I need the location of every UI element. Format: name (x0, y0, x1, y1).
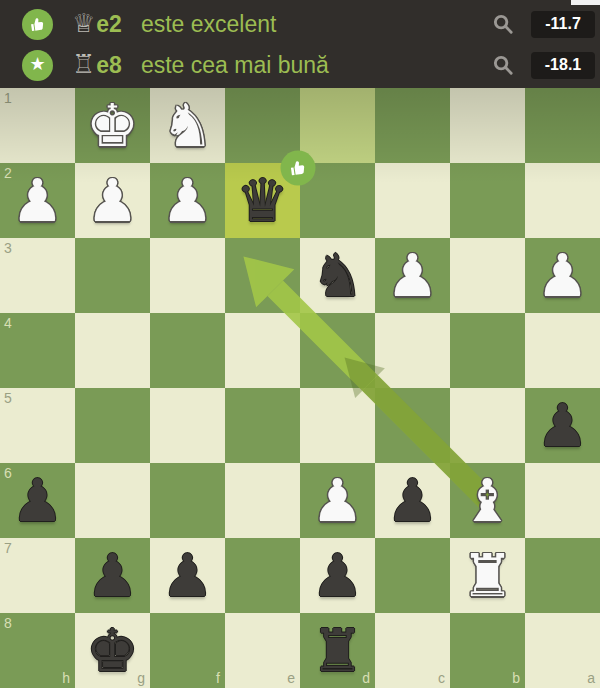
square-d3[interactable]: ♞ (300, 238, 375, 313)
square-g5[interactable] (75, 388, 150, 463)
square-c2[interactable] (375, 163, 450, 238)
file-label-f: f (216, 671, 220, 685)
square-h6[interactable]: 6♟ (0, 463, 75, 538)
white-pawn[interactable]: ♟ (300, 463, 375, 538)
queen-icon: ♕ (72, 10, 95, 36)
square-a7[interactable] (525, 538, 600, 613)
white-pawn[interactable]: ♟ (525, 238, 600, 313)
square-g3[interactable] (75, 238, 150, 313)
square-d1[interactable] (300, 88, 375, 163)
magnifier-icon[interactable] (492, 13, 515, 36)
square-b5[interactable] (450, 388, 525, 463)
rank-label-7: 7 (4, 541, 12, 555)
black-queen[interactable]: ♛ (225, 163, 300, 238)
square-c7[interactable] (375, 538, 450, 613)
square-e2[interactable]: ♛ (225, 163, 300, 238)
white-pawn[interactable]: ♟ (75, 163, 150, 238)
square-f4[interactable] (150, 313, 225, 388)
black-knight[interactable]: ♞ (300, 238, 375, 313)
square-c3[interactable]: ♟ (375, 238, 450, 313)
square-g2[interactable]: ♟ (75, 163, 150, 238)
star-icon: ★ (22, 50, 53, 81)
magnifier-icon[interactable] (492, 54, 515, 77)
black-pawn[interactable]: ♟ (75, 538, 150, 613)
square-a5[interactable]: ♟ (525, 388, 600, 463)
square-e7[interactable] (225, 538, 300, 613)
square-g7[interactable]: ♟ (75, 538, 150, 613)
square-g4[interactable] (75, 313, 150, 388)
square-g8[interactable]: g♚ (75, 613, 150, 688)
square-b2[interactable] (450, 163, 525, 238)
square-f2[interactable]: ♟ (150, 163, 225, 238)
move-comment: este excelent (141, 11, 277, 38)
square-e8[interactable]: e (225, 613, 300, 688)
black-pawn[interactable]: ♟ (300, 538, 375, 613)
square-c5[interactable] (375, 388, 450, 463)
white-pawn[interactable]: ♟ (150, 163, 225, 238)
square-b4[interactable] (450, 313, 525, 388)
square-c1[interactable] (375, 88, 450, 163)
square-c4[interactable] (375, 313, 450, 388)
eval-badge: -18.1 (531, 52, 595, 79)
square-d8[interactable]: d♜ (300, 613, 375, 688)
square-b8[interactable]: b (450, 613, 525, 688)
white-pawn[interactable]: ♟ (0, 163, 75, 238)
square-d5[interactable] (300, 388, 375, 463)
best-move-line[interactable]: ★ ♖ e8 este cea mai bună -18.1 (0, 45, 600, 85)
square-e6[interactable] (225, 463, 300, 538)
white-pawn[interactable]: ♟ (375, 238, 450, 313)
square-f7[interactable]: ♟ (150, 538, 225, 613)
square-f1[interactable]: ♞ (150, 88, 225, 163)
white-bishop[interactable]: ♝ (450, 463, 525, 538)
top-right-sliver (571, 0, 600, 5)
black-pawn[interactable]: ♟ (375, 463, 450, 538)
black-pawn[interactable]: ♟ (150, 538, 225, 613)
square-d4[interactable] (300, 313, 375, 388)
square-a3[interactable]: ♟ (525, 238, 600, 313)
square-h4[interactable]: 4 (0, 313, 75, 388)
square-h2[interactable]: 2♟ (0, 163, 75, 238)
square-a4[interactable] (525, 313, 600, 388)
file-label-b: b (512, 671, 520, 685)
white-rook[interactable]: ♜ (450, 538, 525, 613)
rank-label-8: 8 (4, 616, 12, 630)
move-played-line[interactable]: ♕ e2 este excelent -11.7 (0, 4, 600, 44)
move-label: e8 (96, 52, 122, 79)
move-comment: este cea mai bună (141, 52, 329, 79)
thumbs-up-icon (22, 9, 53, 40)
square-a8[interactable]: a (525, 613, 600, 688)
file-label-a: a (587, 671, 595, 685)
square-h3[interactable]: 3 (0, 238, 75, 313)
file-label-e: e (287, 671, 295, 685)
eval-badge: -11.7 (531, 11, 595, 38)
square-f3[interactable] (150, 238, 225, 313)
chess-board: 1♚♞2♟♟♟♛3♞♟♟45♟6♟♟♟♝7♟♟♟♜8hg♚fed♜cba (0, 88, 600, 688)
rank-label-1: 1 (4, 91, 12, 105)
rank-label-3: 3 (4, 241, 12, 255)
square-e5[interactable] (225, 388, 300, 463)
square-e3[interactable] (225, 238, 300, 313)
black-king[interactable]: ♚ (75, 613, 150, 688)
square-g6[interactable] (75, 463, 150, 538)
white-king[interactable]: ♚ (75, 88, 150, 163)
square-b7[interactable]: ♜ (450, 538, 525, 613)
square-e1[interactable] (225, 88, 300, 163)
file-label-h: h (62, 671, 70, 685)
square-h7[interactable]: 7 (0, 538, 75, 613)
square-h5[interactable]: 5 (0, 388, 75, 463)
black-rook[interactable]: ♜ (300, 613, 375, 688)
square-a6[interactable] (525, 463, 600, 538)
square-g1[interactable]: ♚ (75, 88, 150, 163)
square-c8[interactable]: c (375, 613, 450, 688)
move-label: e2 (96, 11, 122, 38)
square-h8[interactable]: 8h (0, 613, 75, 688)
analysis-header: ♕ e2 este excelent -11.7 ★ ♖ e8 este cea… (0, 0, 600, 88)
square-d6[interactable]: ♟ (300, 463, 375, 538)
square-a1[interactable] (525, 88, 600, 163)
rank-label-4: 4 (4, 316, 12, 330)
square-b6[interactable]: ♝ (450, 463, 525, 538)
black-pawn[interactable]: ♟ (0, 463, 75, 538)
square-f5[interactable] (150, 388, 225, 463)
white-knight[interactable]: ♞ (150, 88, 225, 163)
rook-icon: ♖ (72, 51, 95, 77)
black-pawn[interactable]: ♟ (525, 388, 600, 463)
rank-label-5: 5 (4, 391, 12, 405)
square-b3[interactable] (450, 238, 525, 313)
square-d2[interactable] (300, 163, 375, 238)
square-e4[interactable] (225, 313, 300, 388)
file-label-c: c (438, 671, 445, 685)
square-b1[interactable] (450, 88, 525, 163)
square-f8[interactable]: f (150, 613, 225, 688)
square-h1[interactable]: 1 (0, 88, 75, 163)
square-a2[interactable] (525, 163, 600, 238)
square-c6[interactable]: ♟ (375, 463, 450, 538)
square-f6[interactable] (150, 463, 225, 538)
square-d7[interactable]: ♟ (300, 538, 375, 613)
